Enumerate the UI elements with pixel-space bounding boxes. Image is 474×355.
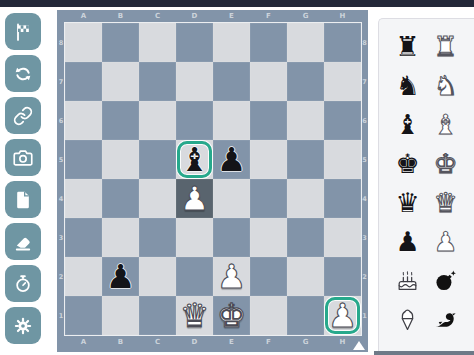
palette-row: ♚♚: [379, 144, 474, 183]
coordinate-label: F: [250, 10, 287, 23]
palette-white-bishop[interactable]: ♝: [429, 107, 463, 143]
square-b6[interactable]: [102, 101, 139, 140]
coordinate-label: C: [139, 335, 176, 350]
square-f8[interactable]: [250, 23, 287, 62]
coordinate-label: G: [287, 10, 324, 23]
rank-labels-left: 87654321: [57, 23, 65, 335]
bomb-icon: [433, 268, 458, 293]
coordinate-label: 8: [57, 23, 65, 62]
square-a6[interactable]: [65, 101, 102, 140]
square-a5[interactable]: [65, 140, 102, 179]
white-pawn[interactable]: ♟: [180, 182, 210, 215]
square-f5[interactable]: [250, 140, 287, 179]
coordinate-label: 2: [361, 257, 368, 296]
square-f1[interactable]: [250, 296, 287, 335]
finish-flag-button[interactable]: [5, 13, 41, 50]
square-b2[interactable]: ♟: [102, 257, 139, 296]
coordinate-label: A: [65, 10, 102, 23]
coordinate-label: H: [324, 10, 361, 23]
rank-labels-right: 87654321: [361, 23, 368, 335]
square-h6[interactable]: [324, 101, 361, 140]
white-king: ♚: [433, 150, 457, 177]
square-f4[interactable]: [250, 179, 287, 218]
palette-row: [379, 300, 474, 339]
square-e5[interactable]: ♟: [213, 140, 250, 179]
square-h8[interactable]: [324, 23, 361, 62]
board-resize-handle[interactable]: [353, 341, 365, 350]
square-g1[interactable]: [287, 296, 324, 335]
square-d4[interactable]: ♟: [176, 179, 213, 218]
white-bishop: ♝: [433, 111, 457, 138]
square-f6[interactable]: [250, 101, 287, 140]
icecream-icon: [395, 307, 420, 332]
square-c8[interactable]: [139, 23, 176, 62]
square-d5[interactable]: ♝: [176, 140, 213, 179]
snapshot-button[interactable]: [5, 139, 41, 176]
square-g6[interactable]: [287, 101, 324, 140]
toolbar-sidebar: [5, 13, 41, 344]
square-b5[interactable]: [102, 140, 139, 179]
palette-row: ♜♜: [379, 27, 474, 66]
palette-black-queen[interactable]: ♛: [391, 185, 425, 221]
black-pawn: ♟: [395, 228, 419, 255]
square-d2[interactable]: [176, 257, 213, 296]
square-a3[interactable]: [65, 218, 102, 257]
erase-board-button[interactable]: [5, 223, 41, 260]
square-d1[interactable]: ♛: [176, 296, 213, 335]
square-e3[interactable]: [213, 218, 250, 257]
share-link-button[interactable]: [5, 97, 41, 134]
coordinate-label: 8: [361, 23, 368, 62]
palette-row: ♟♟: [379, 222, 474, 261]
palette-row: ♝♝: [379, 105, 474, 144]
coordinate-label: 6: [57, 101, 65, 140]
coordinate-label: G: [287, 335, 324, 350]
square-d6[interactable]: [176, 101, 213, 140]
coordinate-label: C: [139, 10, 176, 23]
palette-row: ♛♛: [379, 183, 474, 222]
camera-icon: [13, 148, 33, 168]
square-f2[interactable]: [250, 257, 287, 296]
square-c2[interactable]: [139, 257, 176, 296]
palette-bomb[interactable]: [429, 263, 463, 299]
square-a4[interactable]: [65, 179, 102, 218]
square-h5[interactable]: [324, 140, 361, 179]
top-bar: [0, 0, 474, 7]
square-c5[interactable]: [139, 140, 176, 179]
eraser-icon: [13, 232, 33, 252]
square-b1[interactable]: [102, 296, 139, 335]
timer-button[interactable]: [5, 265, 41, 302]
chess-board: ABCDEFGH ABCDEFGH 87654321 87654321 ♝♟♟♟…: [57, 10, 368, 352]
swap-arrows-icon: [13, 64, 33, 84]
square-h7[interactable]: [324, 62, 361, 101]
coordinate-label: 7: [361, 62, 368, 101]
square-e6[interactable]: [213, 101, 250, 140]
white-rook: ♜: [433, 33, 457, 60]
square-a1[interactable]: [65, 296, 102, 335]
square-e2[interactable]: ♟: [213, 257, 250, 296]
stopwatch-icon: [13, 274, 33, 294]
square-g8[interactable]: [287, 23, 324, 62]
black-bishop[interactable]: ♝: [180, 143, 210, 176]
palette-row: ♞♞: [379, 66, 474, 105]
coordinate-label: A: [65, 335, 102, 350]
square-c3[interactable]: [139, 218, 176, 257]
piece-palette: ♜♜♞♞♝♝♚♚♛♛♟♟: [378, 18, 474, 355]
square-h2[interactable]: [324, 257, 361, 296]
coordinate-label: 7: [57, 62, 65, 101]
file-labels-bottom: ABCDEFGH: [65, 335, 361, 350]
square-c1[interactable]: [139, 296, 176, 335]
square-d8[interactable]: [176, 23, 213, 62]
square-c7[interactable]: [139, 62, 176, 101]
square-d7[interactable]: [176, 62, 213, 101]
palette-black-pawn[interactable]: ♟: [391, 224, 425, 260]
coordinate-label: 4: [361, 179, 368, 218]
square-c4[interactable]: [139, 179, 176, 218]
coordinate-label: D: [176, 335, 213, 350]
coordinate-label: 3: [361, 218, 368, 257]
black-knight: ♞: [395, 72, 419, 99]
square-d3[interactable]: [176, 218, 213, 257]
square-a2[interactable]: [65, 257, 102, 296]
white-queen: ♛: [433, 189, 457, 216]
square-b4[interactable]: [102, 179, 139, 218]
white-knight: ♞: [433, 72, 457, 99]
square-f3[interactable]: [250, 218, 287, 257]
coordinate-label: 4: [57, 179, 65, 218]
coordinate-label: E: [213, 335, 250, 350]
white-pawn[interactable]: ♟: [217, 260, 247, 293]
square-b7[interactable]: [102, 62, 139, 101]
palette-white-king[interactable]: ♚: [429, 146, 463, 182]
palette-white-queen[interactable]: ♛: [429, 185, 463, 221]
coordinate-label: 3: [57, 218, 65, 257]
palette-black-knight[interactable]: ♞: [391, 68, 425, 104]
square-g3[interactable]: [287, 218, 324, 257]
white-pawn[interactable]: ♟: [328, 299, 358, 332]
gear-icon: [13, 316, 33, 336]
palette-white-rook[interactable]: ♜: [429, 29, 463, 65]
square-c6[interactable]: [139, 101, 176, 140]
square-g2[interactable]: [287, 257, 324, 296]
palette-snake[interactable]: [429, 302, 463, 338]
square-e7[interactable]: [213, 62, 250, 101]
white-queen[interactable]: ♛: [180, 299, 210, 332]
board-grid: ♝♟♟♟♟♛♚♟: [65, 23, 361, 335]
square-a7[interactable]: [65, 62, 102, 101]
document-button[interactable]: [5, 181, 41, 218]
white-pawn: ♟: [433, 228, 457, 255]
panel-bottom-edge: [374, 351, 474, 355]
square-g7[interactable]: [287, 62, 324, 101]
coordinate-label: 1: [361, 296, 368, 335]
square-e8[interactable]: [213, 23, 250, 62]
document-icon: [13, 190, 33, 210]
square-e1[interactable]: ♚: [213, 296, 250, 335]
square-h4[interactable]: [324, 179, 361, 218]
square-g5[interactable]: [287, 140, 324, 179]
square-f7[interactable]: [250, 62, 287, 101]
square-g4[interactable]: [287, 179, 324, 218]
coordinate-label: 2: [57, 257, 65, 296]
palette-black-bishop[interactable]: ♝: [391, 107, 425, 143]
palette-black-king[interactable]: ♚: [391, 146, 425, 182]
white-king[interactable]: ♚: [217, 299, 247, 332]
coordinate-label: D: [176, 10, 213, 23]
black-king: ♚: [395, 150, 419, 177]
settings-button[interactable]: [5, 307, 41, 344]
coordinate-label: 5: [57, 140, 65, 179]
palette-cake[interactable]: [391, 263, 425, 299]
square-h3[interactable]: [324, 218, 361, 257]
coordinate-label: B: [102, 335, 139, 350]
black-bishop: ♝: [395, 111, 419, 138]
file-labels-top: ABCDEFGH: [65, 10, 361, 23]
coordinate-label: F: [250, 335, 287, 350]
square-a8[interactable]: [65, 23, 102, 62]
palette-white-pawn[interactable]: ♟: [429, 224, 463, 260]
palette-row: [379, 261, 474, 300]
black-rook: ♜: [395, 33, 419, 60]
snake-icon: [433, 307, 458, 332]
palette-white-knight[interactable]: ♞: [429, 68, 463, 104]
square-b8[interactable]: [102, 23, 139, 62]
black-pawn[interactable]: ♟: [106, 260, 136, 293]
coordinate-label: B: [102, 10, 139, 23]
checkered-flag-icon: [13, 22, 33, 42]
coordinate-label: E: [213, 10, 250, 23]
palette-icecream[interactable]: [391, 302, 425, 338]
cake-icon: [395, 268, 420, 293]
coordinate-label: 1: [57, 296, 65, 335]
black-queen: ♛: [395, 189, 419, 216]
black-pawn[interactable]: ♟: [217, 143, 247, 176]
square-h1[interactable]: ♟: [324, 296, 361, 335]
coordinate-label: 6: [361, 101, 368, 140]
square-b3[interactable]: [102, 218, 139, 257]
flip-swap-button[interactable]: [5, 55, 41, 92]
link-icon: [13, 106, 33, 126]
square-e4[interactable]: [213, 179, 250, 218]
coordinate-label: 5: [361, 140, 368, 179]
palette-black-rook[interactable]: ♜: [391, 29, 425, 65]
